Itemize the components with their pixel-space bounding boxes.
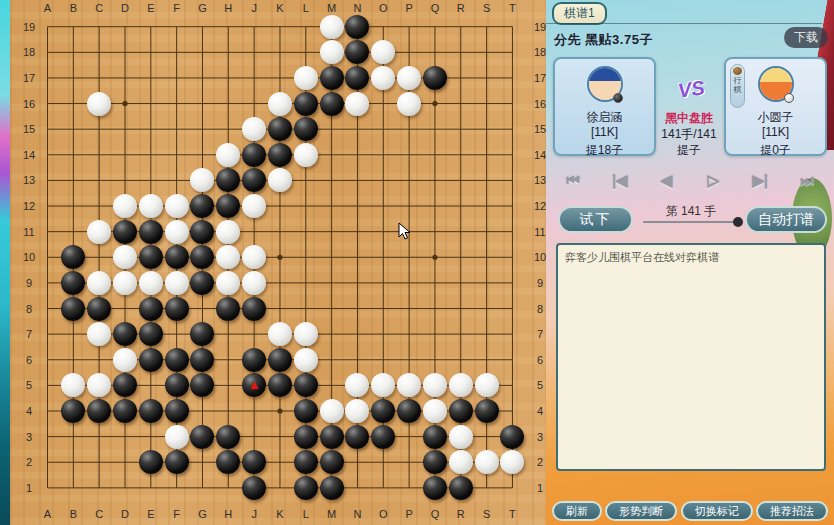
- black-stone: [113, 399, 137, 423]
- white-player-card: 行 棋 小圆子 [11K] 提0子: [724, 57, 827, 156]
- move-count-text: 141手/141: [650, 126, 728, 143]
- coordinate-label: 15: [23, 123, 35, 135]
- black-stone: [294, 399, 318, 423]
- black-stone: [87, 297, 111, 321]
- white-stone: [113, 348, 137, 372]
- coordinate-label: T: [509, 2, 516, 14]
- star-point: [277, 255, 282, 260]
- white-stone: [268, 92, 292, 116]
- white-stone: [449, 373, 473, 397]
- white-stone: [165, 194, 189, 218]
- black-stone: [268, 143, 292, 167]
- coordinate-label: N: [353, 2, 361, 14]
- black-stone: [294, 117, 318, 141]
- coordinate-label: R: [457, 508, 465, 520]
- star-point: [432, 101, 437, 106]
- black-stone: [190, 220, 214, 244]
- coordinate-label: D: [121, 508, 129, 520]
- coordinate-label: 17: [23, 72, 35, 84]
- black-stone: [294, 425, 318, 449]
- black-stone: [139, 450, 163, 474]
- black-player-card: 徐启涵 [11K] 提18子: [553, 57, 656, 156]
- coordinate-label: Q: [431, 2, 440, 14]
- black-stone: [371, 425, 395, 449]
- coordinate-label: J: [251, 508, 257, 520]
- black-stone: [423, 66, 447, 90]
- white-stone: [423, 399, 447, 423]
- refresh-button[interactable]: 刷新: [552, 501, 602, 521]
- coordinate-label: M: [327, 508, 336, 520]
- forward-fast-button[interactable]: ▶|: [743, 170, 777, 192]
- coordinate-label: K: [276, 2, 283, 14]
- coordinate-label: 2: [26, 456, 32, 468]
- black-stone: [139, 245, 163, 269]
- white-stone: [165, 425, 189, 449]
- game-result-text: 黑中盘胜: [656, 110, 722, 127]
- coordinate-label: T: [509, 508, 516, 520]
- black-stone: [500, 425, 524, 449]
- white-stone: [320, 399, 344, 423]
- coordinate-label: 15: [534, 123, 546, 135]
- black-stone: [397, 399, 421, 423]
- toggle-marks-button[interactable]: 切换标记: [681, 501, 753, 521]
- coordinate-label: 4: [537, 405, 543, 417]
- black-stone: [190, 425, 214, 449]
- white-stone: [268, 168, 292, 192]
- black-stone: [139, 348, 163, 372]
- tab-bar: 棋谱1: [552, 2, 607, 25]
- coordinate-label: M: [327, 2, 336, 14]
- black-stone: [165, 399, 189, 423]
- black-stone: [216, 168, 240, 192]
- coordinate-label: 8: [26, 303, 32, 315]
- white-stone: [320, 40, 344, 64]
- white-stone: [294, 348, 318, 372]
- white-stone: [371, 40, 395, 64]
- white-stone: [165, 271, 189, 295]
- coordinate-label: 12: [534, 200, 546, 212]
- coordinate-label: 4: [26, 405, 32, 417]
- black-stone: [345, 425, 369, 449]
- tray-stone-icon: [733, 67, 742, 75]
- black-stone: [216, 425, 240, 449]
- coordinate-label: 6: [26, 354, 32, 366]
- white-stone: [371, 373, 395, 397]
- black-stone: [449, 476, 473, 500]
- download-button[interactable]: 下载: [784, 27, 828, 48]
- black-stone: [320, 425, 344, 449]
- black-stone: [61, 297, 85, 321]
- white-stone: [165, 220, 189, 244]
- white-stone: [475, 373, 499, 397]
- black-stone: [268, 348, 292, 372]
- coordinate-label: A: [44, 508, 51, 520]
- coordinate-label: F: [173, 508, 180, 520]
- white-stone: [397, 92, 421, 116]
- white-stone: [87, 271, 111, 295]
- position-judge-button[interactable]: 形势判断: [605, 501, 677, 521]
- coordinate-label: A: [44, 2, 51, 14]
- white-stone: [113, 245, 137, 269]
- coordinate-label: G: [198, 2, 207, 14]
- coordinate-label: C: [95, 2, 103, 14]
- white-stone: [345, 399, 369, 423]
- black-stone: [113, 373, 137, 397]
- coordinate-label: L: [303, 508, 309, 520]
- black-stone: [294, 373, 318, 397]
- black-stone: [190, 271, 214, 295]
- white-stone: [423, 373, 447, 397]
- white-stone: [87, 92, 111, 116]
- coordinate-label: 5: [537, 379, 543, 391]
- slider-knob[interactable]: [733, 217, 743, 227]
- white-stone: [216, 245, 240, 269]
- coordinate-label: 7: [26, 328, 32, 340]
- white-player-name: 小圆子: [726, 109, 825, 126]
- coordinate-label: 8: [537, 303, 543, 315]
- coordinate-label: P: [405, 508, 412, 520]
- white-stone: [87, 373, 111, 397]
- coordinate-label: L: [303, 2, 309, 14]
- coordinate-label: 12: [23, 200, 35, 212]
- black-stone: [242, 297, 266, 321]
- black-stone: [449, 399, 473, 423]
- coordinate-label: 13: [23, 174, 35, 186]
- white-stone: [242, 117, 266, 141]
- auto-replay-button[interactable]: 自动打谱: [745, 206, 827, 233]
- black-stone: [345, 40, 369, 64]
- current-move-label: 第 141 手: [641, 203, 741, 220]
- coordinate-label: 7: [537, 328, 543, 340]
- white-player-rank: [11K]: [726, 125, 825, 139]
- black-stone: [242, 476, 266, 500]
- white-stone: [345, 92, 369, 116]
- star-point: [277, 408, 282, 413]
- white-stone: [294, 143, 318, 167]
- coordinate-label: C: [95, 508, 103, 520]
- black-stone: [216, 450, 240, 474]
- black-stone: [320, 66, 344, 90]
- black-stone: [165, 373, 189, 397]
- white-stone: [190, 168, 214, 192]
- coordinate-label: 3: [537, 431, 543, 443]
- black-stone: [190, 245, 214, 269]
- coordinate-label: 9: [537, 277, 543, 289]
- white-stone-badge-icon: [784, 93, 794, 103]
- coordinate-label: 17: [534, 72, 546, 84]
- vs-icon: VS: [677, 76, 707, 102]
- tab-game-record[interactable]: 棋谱1: [552, 2, 607, 25]
- coordinate-label: 19: [534, 21, 546, 33]
- move-tray: 行 棋: [730, 64, 745, 108]
- coordinate-label: 1: [537, 482, 543, 494]
- white-stone: [320, 15, 344, 39]
- black-player-rank: [11K]: [555, 125, 654, 139]
- black-stone: [165, 245, 189, 269]
- black-stone: [423, 450, 447, 474]
- star-point: [432, 255, 437, 260]
- black-stone: [139, 322, 163, 346]
- black-stone: [216, 194, 240, 218]
- black-stone: [371, 399, 395, 423]
- coordinate-label: 13: [534, 174, 546, 186]
- white-stone: [242, 245, 266, 269]
- white-stone: [139, 194, 163, 218]
- black-stone: [190, 194, 214, 218]
- coordinate-label: O: [379, 508, 388, 520]
- black-stone: [423, 476, 447, 500]
- go-start-button[interactable]: ⏮: [556, 170, 590, 192]
- go-end-button[interactable]: ⏭: [790, 170, 824, 192]
- coordinate-label: 16: [23, 98, 35, 110]
- coordinate-label: 3: [26, 431, 32, 443]
- suggest-move-button[interactable]: 推荐招法: [756, 501, 828, 521]
- try-move-button[interactable]: 试下: [558, 206, 633, 233]
- black-stone: [345, 66, 369, 90]
- rule-komi-text: 分先 黑贴3.75子: [554, 31, 653, 49]
- coordinate-label: 1: [26, 482, 32, 494]
- black-stone: [113, 322, 137, 346]
- coordinate-label: S: [483, 508, 490, 520]
- white-stone: [500, 450, 524, 474]
- white-stone: [216, 271, 240, 295]
- black-stone: [139, 220, 163, 244]
- coordinate-label: K: [276, 508, 283, 520]
- black-stone: [294, 92, 318, 116]
- black-stone: [294, 476, 318, 500]
- black-stone: [87, 399, 111, 423]
- white-stone: [113, 271, 137, 295]
- white-stone: [397, 373, 421, 397]
- white-stone: [397, 66, 421, 90]
- white-stone: [113, 194, 137, 218]
- white-stone: [268, 322, 292, 346]
- white-stone: [216, 220, 240, 244]
- coordinate-label: 14: [23, 149, 35, 161]
- coordinate-label: 19: [23, 21, 35, 33]
- app-window: ABCDEFGHJKLMNOPQRST ABCDEFGHJKLMNOPQRST …: [0, 0, 834, 525]
- forward-one-button[interactable]: ▷: [696, 170, 730, 192]
- black-stone: [165, 450, 189, 474]
- coordinate-label: J: [251, 2, 257, 14]
- white-stone: [449, 450, 473, 474]
- black-stone: [165, 297, 189, 321]
- black-stone: [320, 92, 344, 116]
- black-stone: [190, 322, 214, 346]
- coordinate-label: E: [147, 508, 154, 520]
- black-stone: [139, 297, 163, 321]
- white-stone: [449, 425, 473, 449]
- coordinate-label: R: [457, 2, 465, 14]
- divider: [546, 23, 822, 24]
- move-slider[interactable]: [643, 221, 739, 223]
- back-one-button[interactable]: ◀: [650, 170, 684, 192]
- coordinate-label: B: [70, 508, 77, 520]
- coordinate-label: E: [147, 2, 154, 14]
- black-stone: [242, 143, 266, 167]
- side-panel: 棋谱1 分先 黑贴3.75子 下载 徐启涵 [11K] 提18子 VS 黑中盘胜…: [546, 0, 834, 525]
- coordinate-label: 18: [23, 46, 35, 58]
- white-stone: [345, 373, 369, 397]
- coordinate-label: D: [121, 2, 129, 14]
- coordinate-label: H: [224, 508, 232, 520]
- black-stone: [61, 399, 85, 423]
- black-stone-badge-icon: [613, 93, 623, 103]
- white-stone: [294, 66, 318, 90]
- coordinate-label: 5: [26, 379, 32, 391]
- black-stone-last-move: ▲: [242, 373, 266, 397]
- black-stone: [268, 373, 292, 397]
- black-stone: [190, 373, 214, 397]
- white-stone: [87, 322, 111, 346]
- coordinate-label: P: [405, 2, 412, 14]
- coordinate-label: H: [224, 2, 232, 14]
- coordinate-label: O: [379, 2, 388, 14]
- black-stone: [242, 168, 266, 192]
- last-move-marker: ▲: [248, 378, 261, 391]
- black-stone: [61, 245, 85, 269]
- black-stone: [475, 399, 499, 423]
- black-stone: [268, 117, 292, 141]
- coordinate-label: 2: [537, 456, 543, 468]
- black-player-captures: 提18子: [555, 142, 654, 159]
- black-stone: [294, 450, 318, 474]
- black-stone: [216, 297, 240, 321]
- white-stone: [61, 373, 85, 397]
- white-stone: [216, 143, 240, 167]
- coordinate-label: 16: [534, 98, 546, 110]
- white-stone: [294, 322, 318, 346]
- black-stone: [242, 450, 266, 474]
- coordinate-label: Q: [431, 508, 440, 520]
- black-stone: [345, 15, 369, 39]
- black-stone: [61, 271, 85, 295]
- black-stone: [320, 450, 344, 474]
- go-board[interactable]: ABCDEFGHJKLMNOPQRST ABCDEFGHJKLMNOPQRST …: [10, 0, 546, 525]
- white-stone: [87, 220, 111, 244]
- navigation-bar: ⏮|◀◀▷▶|⏭: [556, 170, 824, 192]
- coordinate-label: 14: [534, 149, 546, 161]
- coordinate-label: 10: [534, 251, 546, 263]
- coordinate-label: 9: [26, 277, 32, 289]
- black-stone: [190, 348, 214, 372]
- black-stone: [113, 220, 137, 244]
- white-stone: [242, 271, 266, 295]
- black-stone: [139, 399, 163, 423]
- coordinate-label: F: [173, 2, 180, 14]
- white-stone: [475, 450, 499, 474]
- coordinate-label: 18: [534, 46, 546, 58]
- white-stone: [371, 66, 395, 90]
- black-player-name: 徐启涵: [555, 109, 654, 126]
- white-player-captures: 提0子: [726, 142, 825, 159]
- black-stone: [242, 348, 266, 372]
- black-stone: [165, 348, 189, 372]
- coordinate-label: S: [483, 2, 490, 14]
- black-stone: [423, 425, 447, 449]
- coordinate-label: 11: [534, 226, 545, 238]
- mouse-cursor: [398, 222, 411, 241]
- coordinate-label: 6: [537, 354, 543, 366]
- capture-label: 提子: [650, 142, 728, 159]
- star-point: [122, 101, 127, 106]
- left-scenery-strip: [0, 0, 10, 525]
- bottom-toolbar: 刷新形势判断切换标记推荐招法: [552, 501, 828, 521]
- back-fast-button[interactable]: |◀: [603, 170, 637, 192]
- coordinate-label: N: [353, 508, 361, 520]
- coordinate-label: 10: [23, 251, 35, 263]
- comment-textarea[interactable]: [556, 243, 826, 471]
- white-stone: [242, 194, 266, 218]
- coordinate-label: B: [70, 2, 77, 14]
- coordinate-label: G: [198, 508, 207, 520]
- black-stone: [320, 476, 344, 500]
- white-stone: [139, 271, 163, 295]
- coordinate-label: 11: [23, 226, 34, 238]
